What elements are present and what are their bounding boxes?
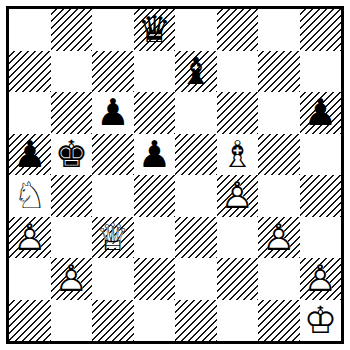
square-e6[interactable]	[175, 92, 217, 134]
white-piece-outline-layer: ♘	[9, 175, 51, 217]
square-f6[interactable]	[217, 92, 259, 134]
square-f3[interactable]	[217, 217, 259, 259]
square-g2[interactable]	[258, 258, 300, 300]
square-d7[interactable]	[134, 51, 176, 93]
black-piece-glyph: ♟	[9, 134, 51, 176]
square-c3[interactable]: ♛♕	[92, 217, 134, 259]
piece-white-king[interactable]: ♚♔	[300, 300, 342, 342]
square-c6[interactable]: ♟	[92, 92, 134, 134]
white-piece-outline-layer: ♔	[300, 300, 342, 342]
square-g1[interactable]	[258, 300, 300, 342]
piece-white-pawn[interactable]: ♟♙	[300, 258, 342, 300]
square-a4[interactable]: ♞♘	[9, 175, 51, 217]
square-g8[interactable]	[258, 9, 300, 51]
square-d6[interactable]	[134, 92, 176, 134]
square-g6[interactable]	[258, 92, 300, 134]
square-e4[interactable]	[175, 175, 217, 217]
square-h1[interactable]: ♚♔	[300, 300, 342, 342]
square-a2[interactable]	[9, 258, 51, 300]
black-piece-glyph: ♟	[300, 92, 342, 134]
square-c1[interactable]	[92, 300, 134, 342]
square-b7[interactable]	[51, 51, 93, 93]
square-h4[interactable]	[300, 175, 342, 217]
square-g3[interactable]: ♟♙	[258, 217, 300, 259]
square-c8[interactable]	[92, 9, 134, 51]
white-piece-outline-layer: ♗	[217, 134, 259, 176]
black-piece-glyph: ♚	[51, 134, 93, 176]
piece-black-queen[interactable]: ♛	[134, 9, 176, 51]
piece-white-knight[interactable]: ♞♘	[9, 175, 51, 217]
square-b1[interactable]	[51, 300, 93, 342]
square-d5[interactable]: ♟	[134, 134, 176, 176]
square-c7[interactable]	[92, 51, 134, 93]
white-piece-outline-layer: ♙	[217, 175, 259, 217]
square-f7[interactable]	[217, 51, 259, 93]
square-f4[interactable]: ♟♙	[217, 175, 259, 217]
black-piece-glyph: ♟	[134, 134, 176, 176]
white-piece-outline-layer: ♙	[51, 258, 93, 300]
square-f8[interactable]	[217, 9, 259, 51]
square-a7[interactable]	[9, 51, 51, 93]
square-e7[interactable]: ♝	[175, 51, 217, 93]
square-e8[interactable]	[175, 9, 217, 51]
square-h8[interactable]	[300, 9, 342, 51]
piece-white-pawn[interactable]: ♟♙	[258, 217, 300, 259]
square-e2[interactable]	[175, 258, 217, 300]
square-f1[interactable]	[217, 300, 259, 342]
white-piece-outline-layer: ♙	[258, 217, 300, 259]
piece-black-pawn[interactable]: ♟	[9, 134, 51, 176]
square-a5[interactable]: ♟	[9, 134, 51, 176]
square-e3[interactable]	[175, 217, 217, 259]
piece-black-pawn[interactable]: ♟	[300, 92, 342, 134]
square-f2[interactable]	[217, 258, 259, 300]
square-f5[interactable]: ♝♗	[217, 134, 259, 176]
square-g4[interactable]	[258, 175, 300, 217]
white-piece-outline-layer: ♙	[9, 217, 51, 259]
square-h7[interactable]	[300, 51, 342, 93]
square-a6[interactable]	[9, 92, 51, 134]
square-b4[interactable]	[51, 175, 93, 217]
white-piece-outline-layer: ♙	[300, 258, 342, 300]
square-h2[interactable]: ♟♙	[300, 258, 342, 300]
square-b8[interactable]	[51, 9, 93, 51]
piece-white-pawn[interactable]: ♟♙	[217, 175, 259, 217]
black-piece-glyph: ♛	[134, 9, 176, 51]
square-g5[interactable]	[258, 134, 300, 176]
square-d8[interactable]: ♛	[134, 9, 176, 51]
square-e1[interactable]	[175, 300, 217, 342]
piece-black-bishop[interactable]: ♝	[175, 51, 217, 93]
square-d1[interactable]	[134, 300, 176, 342]
square-a3[interactable]: ♟♙	[9, 217, 51, 259]
chess-board-frame: ♛♝♟♟♟♚♟♝♗♞♘♟♙♟♙♛♕♟♙♟♙♟♙♚♔	[6, 6, 344, 344]
square-h3[interactable]	[300, 217, 342, 259]
square-d2[interactable]	[134, 258, 176, 300]
square-c2[interactable]	[92, 258, 134, 300]
piece-white-pawn[interactable]: ♟♙	[9, 217, 51, 259]
chess-board: ♛♝♟♟♟♚♟♝♗♞♘♟♙♟♙♛♕♟♙♟♙♟♙♚♔	[9, 9, 341, 341]
piece-black-king[interactable]: ♚	[51, 134, 93, 176]
square-g7[interactable]	[258, 51, 300, 93]
piece-white-pawn[interactable]: ♟♙	[51, 258, 93, 300]
white-piece-outline-layer: ♕	[92, 217, 134, 259]
square-h6[interactable]: ♟	[300, 92, 342, 134]
square-b3[interactable]	[51, 217, 93, 259]
square-c5[interactable]	[92, 134, 134, 176]
square-d3[interactable]	[134, 217, 176, 259]
piece-white-bishop[interactable]: ♝♗	[217, 134, 259, 176]
piece-black-pawn[interactable]: ♟	[92, 92, 134, 134]
square-b6[interactable]	[51, 92, 93, 134]
square-c4[interactable]	[92, 175, 134, 217]
square-a1[interactable]	[9, 300, 51, 342]
piece-black-pawn[interactable]: ♟	[134, 134, 176, 176]
square-b2[interactable]: ♟♙	[51, 258, 93, 300]
square-h5[interactable]	[300, 134, 342, 176]
piece-white-queen[interactable]: ♛♕	[92, 217, 134, 259]
black-piece-glyph: ♝	[175, 51, 217, 93]
square-a8[interactable]	[9, 9, 51, 51]
square-d4[interactable]	[134, 175, 176, 217]
black-piece-glyph: ♟	[92, 92, 134, 134]
square-e5[interactable]	[175, 134, 217, 176]
square-b5[interactable]: ♚	[51, 134, 93, 176]
